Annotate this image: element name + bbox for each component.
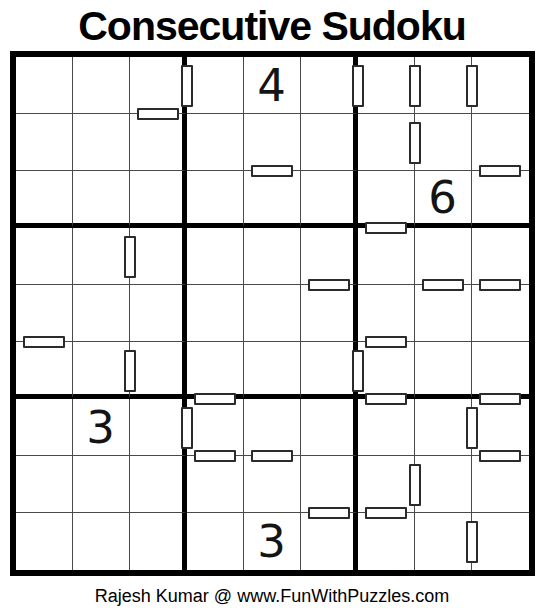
- cell-r8c6[interactable]: [301, 456, 358, 513]
- cell-r6c3[interactable]: [130, 342, 187, 399]
- cell-r3c9[interactable]: [472, 171, 529, 228]
- consecutive-marker: [479, 165, 521, 177]
- cell-r5c1[interactable]: [16, 285, 73, 342]
- cell-r2c4[interactable]: [187, 114, 244, 171]
- cell-r5c8[interactable]: [415, 285, 472, 342]
- cell-r1c6[interactable]: [301, 57, 358, 114]
- consecutive-marker: [479, 279, 521, 291]
- cell-r7c3[interactable]: [130, 399, 187, 456]
- consecutive-marker: [365, 336, 407, 348]
- consecutive-marker: [365, 507, 407, 519]
- consecutive-marker: [124, 350, 136, 392]
- cell-r4c9[interactable]: [472, 228, 529, 285]
- cell-r9c2[interactable]: [73, 513, 130, 570]
- cell-r4c6[interactable]: [301, 228, 358, 285]
- cell-r1c2[interactable]: [73, 57, 130, 114]
- cell-r5c2[interactable]: [73, 285, 130, 342]
- cell-r5c6[interactable]: [301, 285, 358, 342]
- cell-r2c8[interactable]: [415, 114, 472, 171]
- cell-r7c5[interactable]: [244, 399, 301, 456]
- consecutive-marker: [251, 165, 293, 177]
- cell-r4c2[interactable]: [73, 228, 130, 285]
- cell-r6c7[interactable]: [358, 342, 415, 399]
- cell-r9c1[interactable]: [16, 513, 73, 570]
- cell-r6c9[interactable]: [472, 342, 529, 399]
- consecutive-marker: [365, 222, 407, 234]
- cell-r9c6[interactable]: [301, 513, 358, 570]
- cell-r4c7[interactable]: [358, 228, 415, 285]
- consecutive-marker: [124, 236, 136, 278]
- cell-r3c1[interactable]: [16, 171, 73, 228]
- sudoku-board: 4633: [10, 51, 535, 576]
- cell-r3c2[interactable]: [73, 171, 130, 228]
- cell-r6c8[interactable]: [415, 342, 472, 399]
- consecutive-marker: [308, 279, 350, 291]
- cell-r5c3[interactable]: [130, 285, 187, 342]
- cell-r3c4[interactable]: [187, 171, 244, 228]
- cell-r1c5[interactable]: 4: [244, 57, 301, 114]
- cell-r2c1[interactable]: [16, 114, 73, 171]
- consecutive-marker: [409, 65, 421, 107]
- cell-r8c8[interactable]: [415, 456, 472, 513]
- consecutive-marker: [181, 65, 193, 107]
- cell-r7c7[interactable]: [358, 399, 415, 456]
- cell-r3c6[interactable]: [301, 171, 358, 228]
- cell-r9c8[interactable]: [415, 513, 472, 570]
- cell-r6c2[interactable]: [73, 342, 130, 399]
- cell-r6c4[interactable]: [187, 342, 244, 399]
- cell-r5c9[interactable]: [472, 285, 529, 342]
- cell-r1c3[interactable]: [130, 57, 187, 114]
- cell-r8c4[interactable]: [187, 456, 244, 513]
- cell-r5c5[interactable]: [244, 285, 301, 342]
- cell-r9c9[interactable]: [472, 513, 529, 570]
- cell-r2c5[interactable]: [244, 114, 301, 171]
- cell-r4c8[interactable]: [415, 228, 472, 285]
- cell-r8c3[interactable]: [130, 456, 187, 513]
- cell-r2c3[interactable]: [130, 114, 187, 171]
- cell-r8c7[interactable]: [358, 456, 415, 513]
- cell-r3c5[interactable]: [244, 171, 301, 228]
- cell-r8c2[interactable]: [73, 456, 130, 513]
- cell-r1c9[interactable]: [472, 57, 529, 114]
- cell-r5c7[interactable]: [358, 285, 415, 342]
- cell-r1c1[interactable]: [16, 57, 73, 114]
- cell-r8c5[interactable]: [244, 456, 301, 513]
- consecutive-marker: [422, 279, 464, 291]
- consecutive-marker: [466, 521, 478, 563]
- consecutive-marker: [23, 336, 65, 348]
- cell-r9c5[interactable]: 3: [244, 513, 301, 570]
- cell-r7c8[interactable]: [415, 399, 472, 456]
- cell-r9c3[interactable]: [130, 513, 187, 570]
- consecutive-marker: [308, 507, 350, 519]
- cell-r6c1[interactable]: [16, 342, 73, 399]
- cell-r1c4[interactable]: [187, 57, 244, 114]
- cell-r2c9[interactable]: [472, 114, 529, 171]
- cell-r5c4[interactable]: [187, 285, 244, 342]
- cell-r2c7[interactable]: [358, 114, 415, 171]
- cell-r4c5[interactable]: [244, 228, 301, 285]
- cell-r4c1[interactable]: [16, 228, 73, 285]
- consecutive-marker: [352, 350, 364, 392]
- consecutive-marker: [365, 393, 407, 405]
- cell-r7c2[interactable]: 3: [73, 399, 130, 456]
- consecutive-marker: [466, 65, 478, 107]
- consecutive-marker: [409, 122, 421, 164]
- cell-r7c9[interactable]: [472, 399, 529, 456]
- consecutive-marker: [194, 450, 236, 462]
- cell-r4c4[interactable]: [187, 228, 244, 285]
- cell-r8c1[interactable]: [16, 456, 73, 513]
- cell-r8c9[interactable]: [472, 456, 529, 513]
- cell-r2c6[interactable]: [301, 114, 358, 171]
- consecutive-marker: [352, 65, 364, 107]
- cell-r3c3[interactable]: [130, 171, 187, 228]
- consecutive-marker: [466, 407, 478, 449]
- consecutive-marker: [479, 393, 521, 405]
- cell-r3c7[interactable]: [358, 171, 415, 228]
- consecutive-marker: [409, 464, 421, 506]
- cell-r2c2[interactable]: [73, 114, 130, 171]
- consecutive-marker: [194, 393, 236, 405]
- cell-r6c5[interactable]: [244, 342, 301, 399]
- cell-r1c8[interactable]: [415, 57, 472, 114]
- consecutive-marker: [181, 407, 193, 449]
- credit-text: Rajesh Kumar @ www.FunWithPuzzles.com: [0, 586, 544, 607]
- cell-r7c1[interactable]: [16, 399, 73, 456]
- cell-r7c4[interactable]: [187, 399, 244, 456]
- consecutive-marker: [479, 450, 521, 462]
- puzzle-title: Consecutive Sudoku: [0, 0, 544, 51]
- cell-r7c6[interactable]: [301, 399, 358, 456]
- cell-r9c7[interactable]: [358, 513, 415, 570]
- consecutive-marker: [251, 450, 293, 462]
- cell-r1c7[interactable]: [358, 57, 415, 114]
- cell-r4c3[interactable]: [130, 228, 187, 285]
- cell-r3c8[interactable]: 6: [415, 171, 472, 228]
- consecutive-marker: [137, 108, 179, 120]
- cell-r9c4[interactable]: [187, 513, 244, 570]
- cell-r6c6[interactable]: [301, 342, 358, 399]
